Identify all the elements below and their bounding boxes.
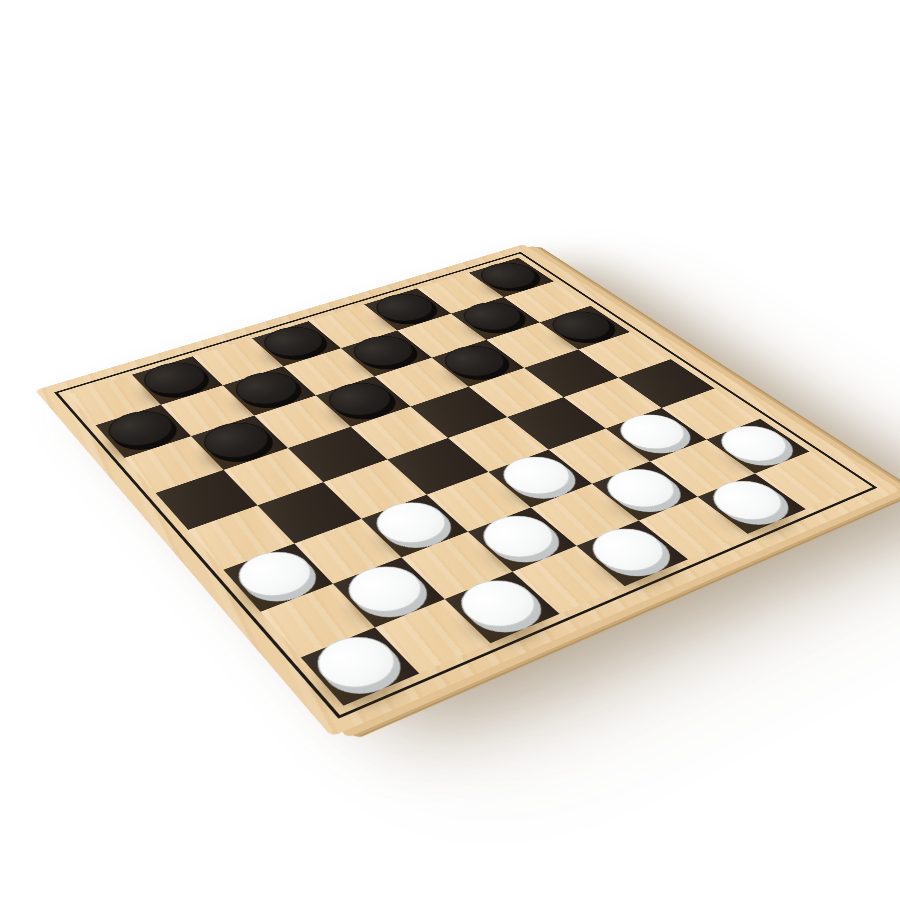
checkers-board: ⛂⛂⛂⛂⛂⛂⛂⛂⛂⛂⛂⛂⛀⛀⛀⛀⛀⛀⛀⛀⛀⛀⛀⛀ — [35, 244, 900, 736]
board-grid: ⛂⛂⛂⛂⛂⛂⛂⛂⛂⛂⛂⛂⛀⛀⛀⛀⛀⛀⛀⛀⛀⛀⛀⛀ — [68, 258, 861, 706]
product-photo-scene: ⛂⛂⛂⛂⛂⛂⛂⛂⛂⛂⛂⛂⛀⛀⛀⛀⛀⛀⛀⛀⛀⛀⛀⛀ — [0, 0, 900, 900]
